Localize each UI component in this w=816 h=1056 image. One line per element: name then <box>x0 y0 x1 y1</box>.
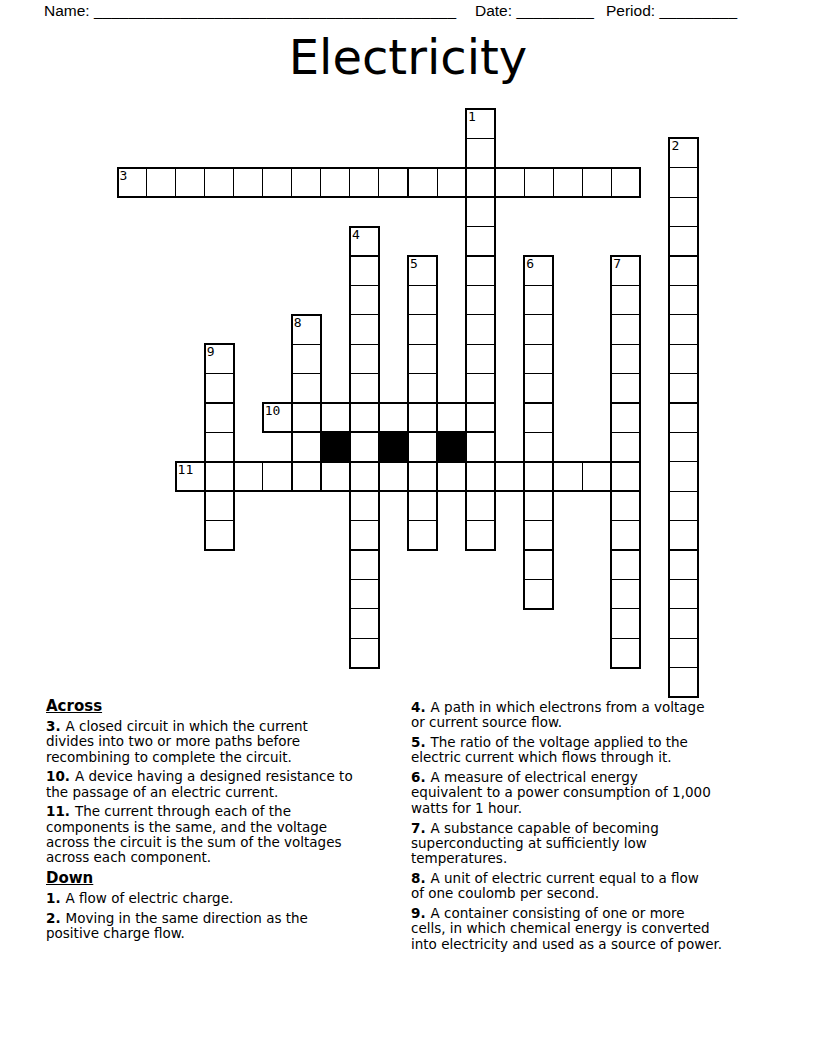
clue-text: A flow of electric charge. <box>66 890 234 906</box>
grid-cell[interactable] <box>408 432 438 462</box>
down-heading: Down <box>46 870 416 887</box>
page-title: Electricity <box>0 28 816 86</box>
grid-cell[interactable] <box>466 197 496 227</box>
clue-across-11: 11.The current through each of the compo… <box>46 804 416 865</box>
clue-text: A device having a designed resistance to… <box>46 768 353 799</box>
clue-across-3: 3.A closed circuit in which the current … <box>46 719 416 765</box>
clue-down-1: 1.A flow of electric charge. <box>46 891 416 906</box>
grid-cell[interactable] <box>233 167 263 197</box>
grid-cell[interactable] <box>349 314 379 344</box>
grid-cell[interactable] <box>495 167 525 197</box>
grid-clue-number-4: 4 <box>352 229 360 241</box>
grid-cell[interactable] <box>524 520 554 550</box>
grid-cell[interactable] <box>669 285 699 315</box>
grid-cell[interactable] <box>466 491 496 521</box>
grid-clue-number-7: 7 <box>613 258 621 270</box>
grid-cell[interactable] <box>611 608 641 638</box>
grid-clue-number-2: 2 <box>671 140 679 152</box>
grid-clue-number-1: 1 <box>468 111 476 123</box>
clue-text: A closed circuit in which the current di… <box>46 718 308 765</box>
grid-cell[interactable] <box>466 344 496 374</box>
grid-cell[interactable] <box>553 461 583 491</box>
name-label: Name: <box>44 2 90 19</box>
grid-cell[interactable] <box>204 461 234 491</box>
grid-cell[interactable] <box>204 373 234 403</box>
grid-cell[interactable] <box>611 579 641 609</box>
grid-cell[interactable] <box>466 167 496 197</box>
clue-down-8: 8.A unit of electric current equal to a … <box>411 871 795 902</box>
grid-cell[interactable] <box>669 491 699 521</box>
grid-cell[interactable] <box>349 520 379 550</box>
grid-cell[interactable] <box>466 520 496 550</box>
grid-cell[interactable] <box>669 638 699 668</box>
grid-cell[interactable] <box>437 403 467 433</box>
grid-cell[interactable] <box>466 256 496 286</box>
grid-cell[interactable] <box>669 520 699 550</box>
grid-cell[interactable] <box>669 226 699 256</box>
grid-cell[interactable] <box>349 491 379 521</box>
grid-cell[interactable] <box>524 314 554 344</box>
grid-cell[interactable] <box>669 432 699 462</box>
clue-number-label: 5. <box>411 734 426 750</box>
grid-cell[interactable] <box>378 167 408 197</box>
grid-cell[interactable] <box>524 167 554 197</box>
grid-cell[interactable] <box>146 167 176 197</box>
grid-cell[interactable] <box>349 608 379 638</box>
grid-cell[interactable] <box>408 167 438 197</box>
grid-cell[interactable] <box>611 285 641 315</box>
grid-cell[interactable] <box>349 344 379 374</box>
grid-clue-number-10: 10 <box>265 405 281 417</box>
clue-text: A measure of electrical energy equivalen… <box>411 769 711 816</box>
grid-cell[interactable] <box>408 344 438 374</box>
clue-number-label: 1. <box>46 890 61 906</box>
clue-down-9: 9.A container consisting of one or more … <box>411 906 795 952</box>
grid-cell[interactable] <box>669 461 699 491</box>
grid-clue-number-11: 11 <box>178 464 194 476</box>
clues-left-column: Across 3.A closed circuit in which the c… <box>46 698 416 946</box>
clue-number-label: 2. <box>46 910 61 926</box>
grid-cell[interactable] <box>291 432 321 462</box>
grid-cell[interactable] <box>524 579 554 609</box>
grid-cell[interactable] <box>582 461 612 491</box>
grid-clue-number-9: 9 <box>207 346 215 358</box>
grid-cell[interactable] <box>408 285 438 315</box>
grid-cell[interactable] <box>524 373 554 403</box>
clue-number-label: 3. <box>46 718 61 734</box>
grid-cell[interactable] <box>669 550 699 580</box>
clue-across-10: 10.A device having a designed resistance… <box>46 769 416 800</box>
grid-cell[interactable] <box>349 167 379 197</box>
grid-cell[interactable] <box>466 432 496 462</box>
grid-cell[interactable] <box>611 403 641 433</box>
grid-cell[interactable] <box>378 403 408 433</box>
grid-cell[interactable] <box>349 432 379 462</box>
grid-cell[interactable] <box>611 491 641 521</box>
clue-down-7: 7.A substance capable of becoming superc… <box>411 821 795 867</box>
grid-cell[interactable] <box>437 167 467 197</box>
grid-cell[interactable] <box>320 167 350 197</box>
black-cell <box>378 432 408 462</box>
grid-cell[interactable] <box>408 314 438 344</box>
grid-cell[interactable] <box>466 138 496 168</box>
clue-text: A path in which electrons from a voltage… <box>411 699 704 730</box>
clue-number-label: 4. <box>411 699 426 715</box>
clue-text: Moving in the same direction as the posi… <box>46 910 308 941</box>
grid-cell[interactable] <box>349 373 379 403</box>
grid-cell[interactable] <box>611 520 641 550</box>
grid-cell[interactable] <box>437 461 467 491</box>
clue-text: A container consisting of one or more ce… <box>411 905 722 952</box>
clue-down-6: 6.A measure of electrical energy equival… <box>411 770 795 816</box>
grid-cell[interactable] <box>349 461 379 491</box>
grid-cell[interactable] <box>495 461 525 491</box>
grid-cell[interactable] <box>262 461 292 491</box>
clue-number-label: 10. <box>46 768 70 784</box>
grid-cell[interactable] <box>524 550 554 580</box>
grid-cell[interactable] <box>611 167 641 197</box>
grid-cell[interactable] <box>611 638 641 668</box>
grid-cell[interactable] <box>582 167 612 197</box>
grid-cell[interactable] <box>233 461 263 491</box>
name-blank-line[interactable]: ________________________________________… <box>94 2 456 19</box>
grid-cell[interactable] <box>611 461 641 491</box>
grid-cell[interactable] <box>291 403 321 433</box>
grid-cell[interactable] <box>349 579 379 609</box>
grid-clue-number-3: 3 <box>120 170 128 182</box>
grid-cell[interactable] <box>349 285 379 315</box>
grid-cell[interactable] <box>524 461 554 491</box>
grid-cell[interactable] <box>349 256 379 286</box>
clue-number-label: 7. <box>411 820 426 836</box>
grid-cell[interactable] <box>175 167 205 197</box>
clue-down-4: 4.A path in which electrons from a volta… <box>411 700 795 731</box>
period-label: Period: <box>606 2 655 19</box>
grid-cell[interactable] <box>466 226 496 256</box>
grid-cell[interactable] <box>408 520 438 550</box>
clue-text: The ratio of the voltage applied to the … <box>411 734 688 765</box>
grid-cell[interactable] <box>611 373 641 403</box>
clue-number-label: 11. <box>46 803 70 819</box>
grid-cell[interactable] <box>408 403 438 433</box>
period-blank-line[interactable]: _________ <box>659 2 737 19</box>
black-cell <box>320 432 350 462</box>
grid-cell[interactable] <box>466 373 496 403</box>
grid-cell[interactable] <box>669 314 699 344</box>
clue-number-label: 8. <box>411 870 426 886</box>
grid-cell[interactable] <box>669 667 699 697</box>
grid-cell[interactable] <box>204 520 234 550</box>
clues-right-column: 4.A path in which electrons from a volta… <box>411 700 795 956</box>
grid-cell[interactable] <box>524 285 554 315</box>
grid-cell[interactable] <box>524 403 554 433</box>
grid-cell[interactable] <box>408 491 438 521</box>
grid-cell[interactable] <box>611 314 641 344</box>
grid-cell[interactable] <box>524 491 554 521</box>
clue-down-2: 2.Moving in the same direction as the po… <box>46 911 416 942</box>
clue-number-label: 6. <box>411 769 426 785</box>
grid-cell[interactable] <box>466 403 496 433</box>
clue-text: A unit of electric current equal to a fl… <box>411 870 699 901</box>
grid-cell[interactable] <box>466 461 496 491</box>
period-field: Period: _________ <box>606 0 737 22</box>
grid-cell[interactable] <box>524 432 554 462</box>
grid-cell[interactable] <box>291 373 321 403</box>
grid-cell[interactable] <box>553 167 583 197</box>
date-blank-line[interactable]: _________ <box>516 2 594 19</box>
grid-cell[interactable] <box>262 167 292 197</box>
grid-cell[interactable] <box>611 432 641 462</box>
grid-cell[interactable] <box>611 344 641 374</box>
date-label: Date: <box>475 2 512 19</box>
grid-cell[interactable] <box>669 344 699 374</box>
grid-cell[interactable] <box>291 167 321 197</box>
grid-cell[interactable] <box>408 461 438 491</box>
grid-cell[interactable] <box>349 403 379 433</box>
clue-number-label: 9. <box>411 905 426 921</box>
grid-cell[interactable] <box>669 608 699 638</box>
grid-cell[interactable] <box>349 638 379 668</box>
grid-cell[interactable] <box>408 373 438 403</box>
grid-cell[interactable] <box>204 403 234 433</box>
clue-text: A substance capable of becoming supercon… <box>411 820 659 867</box>
grid-cell[interactable] <box>466 314 496 344</box>
grid-cell[interactable] <box>466 285 496 315</box>
date-field: Date: _________ <box>475 0 594 22</box>
across-heading: Across <box>46 698 416 715</box>
clue-down-5: 5.The ratio of the voltage applied to th… <box>411 735 795 766</box>
crossword-grid: 1234567891011 <box>117 109 701 699</box>
grid-cell[interactable] <box>669 197 699 227</box>
grid-cell[interactable] <box>349 550 379 580</box>
grid-cell[interactable] <box>291 344 321 374</box>
grid-cell[interactable] <box>669 167 699 197</box>
clue-text: The current through each of the componen… <box>46 803 342 865</box>
grid-cell[interactable] <box>320 403 350 433</box>
grid-cell[interactable] <box>320 461 350 491</box>
grid-cell[interactable] <box>378 461 408 491</box>
name-field: Name: __________________________________… <box>44 0 456 22</box>
grid-cell[interactable] <box>204 491 234 521</box>
grid-cell[interactable] <box>204 167 234 197</box>
grid-cell[interactable] <box>291 461 321 491</box>
grid-cell[interactable] <box>669 373 699 403</box>
grid-cell[interactable] <box>669 579 699 609</box>
grid-cell[interactable] <box>524 344 554 374</box>
grid-cell[interactable] <box>669 256 699 286</box>
grid-cell[interactable] <box>611 550 641 580</box>
grid-cell[interactable] <box>669 403 699 433</box>
grid-clue-number-8: 8 <box>294 317 302 329</box>
grid-clue-number-5: 5 <box>410 258 418 270</box>
black-cell <box>437 432 467 462</box>
grid-cell[interactable] <box>204 432 234 462</box>
grid-clue-number-6: 6 <box>526 258 534 270</box>
